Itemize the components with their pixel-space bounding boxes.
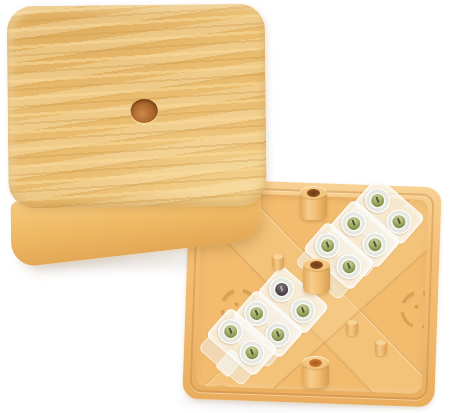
terminal-screw-dark	[272, 280, 290, 298]
product-photo	[0, 0, 450, 413]
terminal-screw-green	[318, 236, 336, 254]
terminal-screw-green	[294, 301, 312, 319]
terminal-screw-green	[390, 212, 408, 230]
cable-tube	[303, 258, 330, 294]
terminal-screw-green	[269, 325, 287, 343]
lid-screw-hole	[131, 99, 158, 123]
mounting-peg	[346, 320, 358, 336]
terminal-screw-green	[243, 343, 261, 361]
terminal-screw-green	[340, 257, 358, 275]
terminal-screw-green	[366, 235, 384, 253]
terminal-screw-tower	[331, 249, 366, 284]
lid-wood-top	[7, 4, 267, 209]
cable-tube	[300, 186, 327, 220]
cable-tube	[302, 356, 329, 388]
terminal-screw-green	[368, 191, 386, 209]
junction-box-lid	[7, 4, 272, 269]
mounting-peg	[375, 340, 387, 356]
mounting-peg	[272, 254, 284, 270]
terminal-screw-green	[247, 304, 265, 322]
terminal-screw-green	[221, 322, 239, 340]
terminal-screw-green	[344, 214, 362, 232]
terminal-screw-tower	[234, 335, 269, 370]
